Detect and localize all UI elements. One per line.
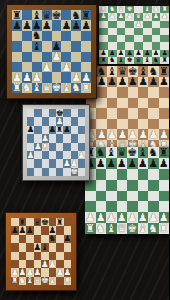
square: ♟ xyxy=(42,20,52,30)
square xyxy=(12,41,22,51)
white-pawn-icon: ♟ xyxy=(64,268,72,276)
square xyxy=(49,109,56,117)
white-bishop-icon: ♝ xyxy=(61,83,71,93)
white-knight-icon: ♞ xyxy=(71,83,81,93)
chessboard-orange-wood[interactable]: ♜♛♚♜♟♟♟♟♞♟♟♝♟♟♟♟♟♟♟♟♜♞♝♛♚♝♜ xyxy=(5,212,77,291)
white-pawn-icon: ♟ xyxy=(34,268,42,276)
square: ♟ xyxy=(159,129,169,140)
white-rook-icon: ♜ xyxy=(159,223,169,234)
black-pawn-icon: ♟ xyxy=(106,158,116,169)
white-rook-icon: ♜ xyxy=(42,143,49,151)
square: ♟ xyxy=(71,159,78,167)
square: ♟ xyxy=(117,77,127,88)
square: ♝ xyxy=(32,83,42,93)
square: ♟ xyxy=(12,20,22,30)
square xyxy=(81,62,91,72)
square xyxy=(134,42,143,49)
black-pawn-icon: ♟ xyxy=(34,243,42,251)
square xyxy=(11,243,19,251)
square xyxy=(78,159,85,167)
white-pawn-icon: ♟ xyxy=(107,129,117,140)
square xyxy=(152,35,161,42)
chess-games-collage: ♜♝♛♚♞♜♟♟♟♟♟♟♟♞♝♟♟♟♟♟♟♟♟♟♜♞♝♛♚♝♞♜ ♜♞♝♚♝♞♜… xyxy=(0,0,169,300)
white-pawn-icon: ♟ xyxy=(138,212,148,223)
square xyxy=(22,62,32,72)
black-pawn-icon: ♟ xyxy=(81,20,91,30)
square: ♟ xyxy=(61,62,71,72)
square: ♟ xyxy=(71,20,81,30)
square xyxy=(152,28,161,35)
square: ♟ xyxy=(96,129,106,140)
square: ♟ xyxy=(56,117,63,125)
black-pawn-icon: ♟ xyxy=(109,50,115,57)
square: ♟ xyxy=(81,72,91,82)
square: ♜ xyxy=(81,83,91,93)
black-knight-icon: ♞ xyxy=(97,66,107,77)
square: ♟ xyxy=(19,268,27,276)
square: ♜ xyxy=(159,66,169,77)
square: ♟ xyxy=(49,226,57,234)
white-pawn-icon: ♟ xyxy=(22,72,32,82)
square xyxy=(32,62,42,72)
square: ♟ xyxy=(22,20,32,30)
black-pawn-icon: ♟ xyxy=(117,158,127,169)
black-pawn-icon: ♟ xyxy=(159,77,169,88)
white-knight-icon: ♞ xyxy=(148,223,158,234)
black-king-icon: ♚ xyxy=(126,57,132,64)
square: ♟ xyxy=(27,126,34,134)
square xyxy=(78,134,85,142)
square xyxy=(64,226,72,234)
white-pawn-icon: ♟ xyxy=(161,13,167,20)
square xyxy=(41,226,49,234)
square: ♞ xyxy=(32,31,42,41)
black-pawn-icon: ♟ xyxy=(138,77,148,88)
square xyxy=(96,180,107,191)
square xyxy=(108,28,117,35)
square xyxy=(22,10,32,20)
square xyxy=(34,252,42,260)
square xyxy=(56,134,63,142)
black-pawn-icon: ♟ xyxy=(63,126,70,134)
square xyxy=(117,180,128,191)
white-bishop-icon: ♝ xyxy=(106,223,116,234)
square: ♛ xyxy=(34,277,42,285)
square: ♝ xyxy=(106,223,117,234)
black-king-icon: ♚ xyxy=(52,10,62,20)
square xyxy=(81,31,91,41)
square xyxy=(125,28,134,35)
square: ♜ xyxy=(160,6,169,13)
square xyxy=(128,108,138,119)
square: ♟ xyxy=(81,20,91,30)
square xyxy=(143,21,152,28)
square: ♞ xyxy=(148,66,158,77)
white-pawn-icon: ♟ xyxy=(127,212,137,223)
square xyxy=(71,117,78,125)
white-bishop-icon: ♝ xyxy=(118,6,124,13)
black-pawn-icon: ♟ xyxy=(128,77,138,88)
square xyxy=(22,31,32,41)
square xyxy=(99,35,108,42)
square: ♟ xyxy=(63,126,70,134)
square: ♝ xyxy=(138,147,149,158)
square xyxy=(19,252,27,260)
white-pawn-icon: ♟ xyxy=(159,212,169,223)
white-pawn-icon: ♟ xyxy=(97,129,107,140)
square xyxy=(78,109,85,117)
square xyxy=(96,169,107,180)
black-pawn-icon: ♟ xyxy=(159,158,169,169)
chessboard-blue-wood[interactable]: ♜♝♛♚♞♜♟♟♟♟♟♟♟♞♝♟♟♟♟♟♟♟♟♟♜♞♝♛♚♝♞♜ xyxy=(6,4,97,99)
board-grid: ♚♟♟♟♜♟♟♟♜♟♟♟♟♚ xyxy=(27,109,85,176)
black-knight-icon: ♞ xyxy=(71,10,81,20)
square: ♝ xyxy=(32,10,42,20)
square: ♟ xyxy=(11,268,19,276)
square xyxy=(71,143,78,151)
square: ♝ xyxy=(117,6,126,13)
square xyxy=(96,119,106,130)
square xyxy=(49,143,56,151)
square: ♟ xyxy=(152,13,161,20)
square: ♜ xyxy=(11,277,19,285)
square: ♟ xyxy=(96,158,107,169)
square xyxy=(42,31,52,41)
black-bishop-icon: ♝ xyxy=(32,41,42,51)
black-king-icon: ♚ xyxy=(41,218,49,226)
black-queen-icon: ♛ xyxy=(42,10,52,20)
square: ♜ xyxy=(99,6,108,13)
black-rook-icon: ♜ xyxy=(159,147,169,158)
square: ♞ xyxy=(96,147,107,158)
black-king-icon: ♚ xyxy=(56,109,63,117)
square: ♟ xyxy=(117,212,128,223)
square: ♚ xyxy=(52,10,62,20)
square xyxy=(12,31,22,41)
square xyxy=(148,169,159,180)
square xyxy=(26,243,34,251)
square xyxy=(96,201,107,212)
square: ♟ xyxy=(159,212,170,223)
square: ♛ xyxy=(34,218,42,226)
square xyxy=(11,235,19,243)
square: ♝ xyxy=(143,57,152,64)
square: ♝ xyxy=(106,147,117,158)
square: ♞ xyxy=(108,57,117,64)
white-pawn-icon: ♟ xyxy=(56,268,64,276)
square: ♟ xyxy=(159,158,170,169)
white-pawn-icon: ♟ xyxy=(42,62,52,72)
square xyxy=(99,28,108,35)
square: ♟ xyxy=(148,77,158,88)
chessboard-green-flipped[interactable]: ♜♞♝♚♝♞♜♟♟♟♟♛♟♟♟♟♟♟♟♟♟♟♟♟♜♞♝♚♛♝♞♜ xyxy=(99,6,169,64)
square: ♛ xyxy=(117,147,128,158)
square: ♟ xyxy=(127,158,138,169)
square: ♟ xyxy=(49,260,57,268)
square xyxy=(78,126,85,134)
square xyxy=(56,235,64,243)
black-pawn-icon: ♟ xyxy=(117,77,127,88)
white-bishop-icon: ♝ xyxy=(144,6,150,13)
square xyxy=(61,41,71,51)
square: ♟ xyxy=(96,77,106,88)
black-bishop-icon: ♝ xyxy=(118,57,124,64)
square xyxy=(34,226,42,234)
square xyxy=(34,109,41,117)
square xyxy=(19,260,27,268)
white-pawn-icon: ♟ xyxy=(126,13,132,20)
white-queen-icon: ♛ xyxy=(135,13,141,20)
square xyxy=(34,235,42,243)
square xyxy=(27,109,34,117)
square: ♝ xyxy=(138,66,148,77)
square: ♟ xyxy=(12,72,22,82)
chessboard-brown-start[interactable]: ♜♞♝♛♚♝♞♜♟♟♟♟♟♟♟♟♟♟♟♟♟♟♟♟♜♞♝♛♚♝♞♜ xyxy=(86,66,169,150)
white-pawn-icon: ♟ xyxy=(149,129,159,140)
square xyxy=(117,35,126,42)
white-pawn-icon: ♟ xyxy=(11,268,19,276)
square: ♜ xyxy=(56,218,64,226)
square: ♛ xyxy=(134,13,143,20)
white-bishop-icon: ♝ xyxy=(49,277,57,285)
square xyxy=(42,159,49,167)
square: ♜ xyxy=(12,83,22,93)
white-pawn-icon: ♟ xyxy=(96,212,106,223)
square: ♟ xyxy=(134,21,143,28)
square: ♟ xyxy=(117,129,127,140)
white-queen-icon: ♛ xyxy=(34,277,42,285)
square xyxy=(106,201,117,212)
square: ♟ xyxy=(26,268,34,276)
square xyxy=(34,260,42,268)
square: ♟ xyxy=(160,50,169,57)
square xyxy=(148,119,158,130)
white-pawn-icon: ♟ xyxy=(144,13,150,20)
square xyxy=(160,35,169,42)
square xyxy=(49,134,56,142)
square xyxy=(56,243,64,251)
black-pawn-icon: ♟ xyxy=(118,50,124,57)
white-pawn-icon: ♟ xyxy=(12,72,22,82)
square xyxy=(49,117,56,125)
square: ♟ xyxy=(78,151,85,159)
white-knight-icon: ♞ xyxy=(153,6,159,13)
square: ♟ xyxy=(107,77,117,88)
square: ♞ xyxy=(96,66,106,77)
square: ♟ xyxy=(61,20,71,30)
white-pawn-icon: ♟ xyxy=(85,212,95,223)
square xyxy=(42,41,52,51)
white-rook-icon: ♜ xyxy=(100,6,106,13)
square xyxy=(63,151,70,159)
white-knight-icon: ♞ xyxy=(96,223,106,234)
square: ♟ xyxy=(148,212,159,223)
square xyxy=(63,117,70,125)
square: ♚ xyxy=(127,223,138,234)
square xyxy=(128,87,138,98)
square xyxy=(117,21,126,28)
square xyxy=(63,134,70,142)
square xyxy=(64,260,72,268)
white-pawn-icon: ♟ xyxy=(138,129,148,140)
square: ♟ xyxy=(106,212,117,223)
square xyxy=(27,143,34,151)
square xyxy=(56,143,63,151)
white-king-icon: ♚ xyxy=(71,168,78,176)
white-pawn-icon: ♟ xyxy=(117,212,127,223)
black-knight-icon: ♞ xyxy=(149,66,159,77)
square xyxy=(143,42,152,49)
square: ♞ xyxy=(96,223,107,234)
black-pawn-icon: ♟ xyxy=(49,126,56,134)
white-pawn-icon: ♟ xyxy=(71,72,81,82)
square: ♟ xyxy=(42,134,49,142)
square xyxy=(117,108,127,119)
square xyxy=(71,126,78,134)
square: ♝ xyxy=(138,223,149,234)
white-pawn-icon: ♟ xyxy=(71,159,78,167)
square xyxy=(27,134,34,142)
square: ♟ xyxy=(96,212,107,223)
square: ♟ xyxy=(64,268,72,276)
black-pawn-icon: ♟ xyxy=(107,77,117,88)
square xyxy=(117,169,128,180)
square: ♛ xyxy=(117,66,127,77)
square: ♟ xyxy=(125,50,134,57)
square xyxy=(71,52,81,62)
square xyxy=(107,119,117,130)
square xyxy=(56,226,64,234)
black-pawn-icon: ♟ xyxy=(126,50,132,57)
black-pawn-icon: ♟ xyxy=(127,158,137,169)
square: ♟ xyxy=(32,72,42,82)
white-pawn-icon: ♟ xyxy=(34,143,41,151)
square: ♟ xyxy=(64,235,72,243)
square: ♟ xyxy=(138,77,148,88)
square xyxy=(41,268,49,276)
white-rook-icon: ♜ xyxy=(64,277,72,285)
square xyxy=(11,252,19,260)
white-pawn-icon: ♟ xyxy=(117,129,127,140)
black-pawn-icon: ♟ xyxy=(100,50,106,57)
square xyxy=(148,191,159,202)
white-queen-icon: ♛ xyxy=(117,223,127,234)
square xyxy=(19,243,27,251)
square xyxy=(12,62,22,72)
square: ♟ xyxy=(32,20,42,30)
square: ♚ xyxy=(41,277,49,285)
square: ♟ xyxy=(52,41,62,51)
black-pawn-icon: ♟ xyxy=(19,226,27,234)
black-queen-icon: ♛ xyxy=(117,66,127,77)
square xyxy=(49,243,57,251)
white-pawn-icon: ♟ xyxy=(42,134,49,142)
square: ♝ xyxy=(117,57,126,64)
square xyxy=(32,52,42,62)
square xyxy=(56,159,63,167)
square: ♝ xyxy=(26,277,34,285)
square xyxy=(71,151,78,159)
square: ♜ xyxy=(159,147,170,158)
black-pawn-icon: ♟ xyxy=(26,226,34,234)
square xyxy=(117,28,126,35)
square xyxy=(26,252,34,260)
square: ♟ xyxy=(160,13,169,20)
square: ♟ xyxy=(117,158,128,169)
square xyxy=(160,21,169,28)
square: ♟ xyxy=(49,126,56,134)
square xyxy=(106,191,117,202)
square xyxy=(49,218,57,226)
square: ♟ xyxy=(56,268,64,276)
square xyxy=(63,109,70,117)
square: ♚ xyxy=(125,57,134,64)
square xyxy=(56,168,63,176)
black-king-icon: ♚ xyxy=(127,147,137,158)
white-pawn-icon: ♟ xyxy=(135,21,141,28)
square: ♚ xyxy=(125,6,134,13)
chessboard-gray-blue[interactable]: ♚♟♟♟♜♟♟♟♜♟♟♟♟♚ xyxy=(22,104,90,181)
square xyxy=(52,20,62,30)
square xyxy=(41,235,49,243)
square xyxy=(26,235,34,243)
square: ♟ xyxy=(143,50,152,57)
white-pawn-icon: ♟ xyxy=(81,72,91,82)
square: ♟ xyxy=(138,129,148,140)
black-bishop-icon: ♝ xyxy=(106,147,116,158)
black-pawn-icon: ♟ xyxy=(64,235,72,243)
square xyxy=(128,98,138,109)
square: ♟ xyxy=(138,212,149,223)
white-queen-icon: ♛ xyxy=(42,83,52,93)
square xyxy=(138,169,149,180)
board-grid: ♜♞♝♛♚♝♞♜♟♟♟♟♟♟♟♟♟♟♟♟♟♟♟♟♜♞♝♛♚♝♞♜ xyxy=(86,66,169,150)
square xyxy=(96,87,106,98)
square: ♜ xyxy=(85,223,96,234)
white-pawn-icon: ♟ xyxy=(118,13,124,20)
square xyxy=(22,41,32,51)
square xyxy=(159,169,170,180)
square: ♚ xyxy=(127,147,138,158)
square: ♞ xyxy=(71,10,81,20)
chessboard-green-start[interactable]: ♜♞♝♛♚♝♞♜♟♟♟♟♟♟♟♟♟♟♟♟♟♟♟♟♜♞♝♛♚♝♞♜ xyxy=(85,147,169,234)
black-pawn-icon: ♟ xyxy=(97,77,107,88)
square: ♟ xyxy=(148,129,158,140)
white-pawn-icon: ♟ xyxy=(27,151,34,159)
square xyxy=(41,252,49,260)
black-bishop-icon: ♝ xyxy=(138,147,148,158)
white-king-icon: ♚ xyxy=(41,277,49,285)
square: ♜ xyxy=(56,126,63,134)
black-bishop-icon: ♝ xyxy=(144,57,150,64)
white-king-icon: ♚ xyxy=(127,223,137,234)
square xyxy=(159,180,170,191)
white-bishop-icon: ♝ xyxy=(138,223,148,234)
square xyxy=(107,98,117,109)
black-knight-icon: ♞ xyxy=(153,57,159,64)
white-pawn-icon: ♟ xyxy=(19,268,27,276)
black-rook-icon: ♜ xyxy=(161,57,167,64)
white-knight-icon: ♞ xyxy=(109,6,115,13)
square xyxy=(26,218,34,226)
square xyxy=(11,218,19,226)
black-bishop-icon: ♝ xyxy=(138,66,148,77)
square xyxy=(134,6,143,13)
black-pawn-icon: ♟ xyxy=(138,158,148,169)
white-pawn-icon: ♟ xyxy=(63,159,70,167)
black-knight-icon: ♞ xyxy=(49,235,57,243)
black-pawn-icon: ♟ xyxy=(71,20,81,30)
